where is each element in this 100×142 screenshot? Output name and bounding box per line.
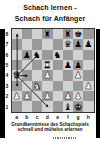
title-line-2: Schach für Anfänger <box>0 14 100 25</box>
square-e6: ♞ <box>53 50 63 60</box>
square-h3: ♟ <box>83 81 93 91</box>
square-f8: ♜ <box>63 29 73 39</box>
black-pawn-g5: ♟ <box>74 60 82 70</box>
square-c8 <box>32 29 42 39</box>
square-f4 <box>63 70 73 80</box>
book-cover: Schach lernen - Schach für Anfänger 8765… <box>0 0 100 142</box>
square-d5: ♜ <box>42 60 52 70</box>
white-knight-c3: ♞ <box>33 81 41 91</box>
rank-label-8: 8 <box>4 29 11 39</box>
square-h1 <box>83 101 93 111</box>
title-line-1: Schach lernen - <box>0 3 100 14</box>
black-knight-c6: ♞ <box>33 50 41 60</box>
square-f5: ♟ <box>63 60 73 70</box>
white-queen-a4: ♛ <box>13 70 21 80</box>
rank-labels: 87654321 <box>4 29 11 112</box>
square-b1 <box>22 101 32 111</box>
file-label-d: d <box>42 113 52 121</box>
square-g3 <box>73 81 83 91</box>
square-g5: ♟ <box>73 60 83 70</box>
square-a7 <box>12 39 22 49</box>
square-a1 <box>12 101 22 111</box>
black-bishop-f1: ♝ <box>64 102 72 112</box>
square-c3: ♞ <box>32 81 42 91</box>
square-h5 <box>83 60 93 70</box>
square-e4 <box>53 70 63 80</box>
file-label-h: h <box>83 113 93 121</box>
square-d8: ♜ <box>42 29 52 39</box>
square-g6 <box>73 50 83 60</box>
square-b8 <box>22 29 32 39</box>
square-h2 <box>83 91 93 101</box>
subtitle-line-2: schnell und mühelos erlernen <box>0 127 100 133</box>
black-pawn-b6: ♟ <box>23 50 31 60</box>
rank-label-5: 5 <box>4 60 11 70</box>
cover-subtitle: Grundkenntnisse des Schachspiels schnell… <box>0 122 100 133</box>
square-a2: ♟ <box>12 91 22 101</box>
square-b4 <box>22 70 32 80</box>
white-pawn-g4: ♟ <box>74 70 82 80</box>
square-b2: ♟ <box>22 91 32 101</box>
square-g7: ♟ <box>73 39 83 49</box>
square-d3 <box>42 81 52 91</box>
file-label-b: b <box>22 113 32 121</box>
imprint-smudge <box>53 137 77 139</box>
square-f3 <box>63 81 73 91</box>
square-d2: ♟ <box>42 91 52 101</box>
board: ♜♜♚♛♟♟♟♞♞♜♟♟♛♟♟♞♟♟♟♟♟♟♝♚ <box>12 29 94 112</box>
square-e7 <box>53 39 63 49</box>
square-f2: ♟ <box>63 91 73 101</box>
square-g2: ♟ <box>73 91 83 101</box>
square-e1 <box>53 101 63 111</box>
file-label-g: g <box>73 113 83 121</box>
square-c1 <box>32 101 42 111</box>
square-e5 <box>53 60 63 70</box>
rank-label-3: 3 <box>4 81 11 91</box>
white-king-g1: ♚ <box>74 102 82 112</box>
file-label-f: f <box>63 113 73 121</box>
square-d7 <box>42 39 52 49</box>
square-c5 <box>32 60 42 70</box>
black-rook-f8: ♜ <box>64 29 72 39</box>
square-f6 <box>63 50 73 60</box>
file-label-c: c <box>32 113 42 121</box>
square-c7 <box>32 39 42 49</box>
square-d6 <box>42 50 52 60</box>
square-c2 <box>32 91 42 101</box>
file-labels: abcdefgh <box>12 113 94 121</box>
white-pawn-g2: ♟ <box>74 91 82 101</box>
square-f1: ♝ <box>63 101 73 111</box>
file-label-a: a <box>12 113 22 121</box>
square-a8 <box>12 29 22 39</box>
square-e2 <box>53 91 63 101</box>
square-f7: ♛ <box>63 39 73 49</box>
white-pawn-d4: ♟ <box>43 70 51 80</box>
square-g8: ♚ <box>73 29 83 39</box>
square-a6 <box>12 50 22 60</box>
rank-label-2: 2 <box>4 91 11 101</box>
black-rook-d8: ♜ <box>43 29 51 39</box>
square-e3 <box>53 81 63 91</box>
square-g4: ♟ <box>73 70 83 80</box>
square-h7: ♟ <box>83 39 93 49</box>
square-c4 <box>32 70 42 80</box>
black-knight-e6: ♞ <box>54 50 62 60</box>
white-pawn-a2: ♟ <box>13 91 21 101</box>
black-pawn-g7: ♟ <box>74 39 82 49</box>
square-b5 <box>22 60 32 70</box>
file-label-e: e <box>53 113 63 121</box>
rank-label-4: 4 <box>4 70 11 80</box>
black-king-g8: ♚ <box>74 29 82 39</box>
white-pawn-h3: ♟ <box>84 81 92 91</box>
white-pawn-f2: ♟ <box>64 91 72 101</box>
square-g1: ♚ <box>73 101 83 111</box>
square-h4 <box>83 70 93 80</box>
black-pawn-h7: ♟ <box>84 39 92 49</box>
white-rook-d5: ♜ <box>43 60 51 70</box>
square-h8 <box>83 29 93 39</box>
square-h6 <box>83 50 93 60</box>
square-a5 <box>12 60 22 70</box>
white-pawn-d2: ♟ <box>43 91 51 101</box>
black-pawn-f5: ♟ <box>64 60 72 70</box>
rank-label-6: 6 <box>4 50 11 60</box>
square-b6: ♟ <box>22 50 32 60</box>
square-d4: ♟ <box>42 70 52 80</box>
cover-title: Schach lernen - Schach für Anfänger <box>0 3 100 24</box>
square-c6: ♞ <box>32 50 42 60</box>
square-e8 <box>53 29 63 39</box>
square-a3 <box>12 81 22 91</box>
square-b7 <box>22 39 32 49</box>
white-pawn-b2: ♟ <box>23 91 31 101</box>
black-queen-f7: ♛ <box>64 39 72 49</box>
square-b3 <box>22 81 32 91</box>
square-a4: ♛ <box>12 70 22 80</box>
rank-label-1: 1 <box>4 101 11 111</box>
square-d1 <box>42 101 52 111</box>
rank-label-7: 7 <box>4 39 11 49</box>
